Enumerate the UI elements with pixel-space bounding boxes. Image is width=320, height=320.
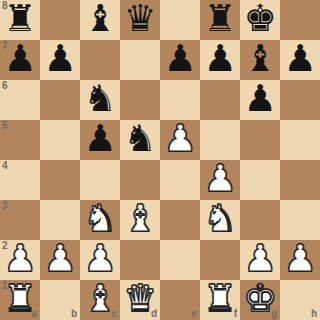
square-d6[interactable] <box>120 80 160 120</box>
piece-white-pawn[interactable]: ♟ <box>3 240 36 279</box>
square-c5[interactable]: ♟ <box>80 120 120 160</box>
square-c4[interactable] <box>80 160 120 200</box>
square-f6[interactable] <box>200 80 240 120</box>
piece-white-rook[interactable]: ♜ <box>203 280 236 319</box>
square-e4[interactable] <box>160 160 200 200</box>
square-g4[interactable] <box>240 160 280 200</box>
square-b3[interactable] <box>40 200 80 240</box>
square-a4[interactable]: 4 <box>0 160 40 200</box>
square-a6[interactable]: 6 <box>0 80 40 120</box>
square-c3[interactable]: ♞ <box>80 200 120 240</box>
square-a2[interactable]: ♟2 <box>0 240 40 280</box>
square-a8[interactable]: ♜8 <box>0 0 40 40</box>
square-g7[interactable]: ♝ <box>240 40 280 80</box>
square-g8[interactable]: ♚ <box>240 0 280 40</box>
piece-black-pawn[interactable]: ♟ <box>163 40 196 79</box>
square-g3[interactable] <box>240 200 280 240</box>
square-h8[interactable] <box>280 0 320 40</box>
square-h3[interactable] <box>280 200 320 240</box>
square-g1[interactable]: ♚g <box>240 280 280 320</box>
square-d5[interactable]: ♞ <box>120 120 160 160</box>
piece-black-pawn[interactable]: ♟ <box>3 40 36 79</box>
square-g5[interactable] <box>240 120 280 160</box>
square-c2[interactable]: ♟ <box>80 240 120 280</box>
square-d4[interactable] <box>120 160 160 200</box>
square-e6[interactable] <box>160 80 200 120</box>
square-b2[interactable]: ♟ <box>40 240 80 280</box>
square-a5[interactable]: 5 <box>0 120 40 160</box>
square-e3[interactable] <box>160 200 200 240</box>
piece-black-bishop[interactable]: ♝ <box>83 0 116 39</box>
square-b1[interactable]: b <box>40 280 80 320</box>
chess-board: ♜8♝♛♜♚♟7♟♟♟♝♟6♞♟5♟♞♟4♟3♞♝♞♟2♟♟♟♟♜1ab♝c♛d… <box>0 0 320 320</box>
square-a3[interactable]: 3 <box>0 200 40 240</box>
square-e2[interactable] <box>160 240 200 280</box>
square-c8[interactable]: ♝ <box>80 0 120 40</box>
square-e5[interactable]: ♟ <box>160 120 200 160</box>
piece-white-pawn[interactable]: ♟ <box>243 240 276 279</box>
piece-black-pawn[interactable]: ♟ <box>43 40 76 79</box>
square-c6[interactable]: ♞ <box>80 80 120 120</box>
piece-white-pawn[interactable]: ♟ <box>203 160 236 199</box>
file-label-h: h <box>311 309 317 319</box>
file-label-b: b <box>71 309 77 319</box>
square-h6[interactable] <box>280 80 320 120</box>
rank-label-5: 5 <box>2 121 8 131</box>
square-b5[interactable] <box>40 120 80 160</box>
square-a1[interactable]: ♜1a <box>0 280 40 320</box>
piece-black-knight[interactable]: ♞ <box>83 80 116 119</box>
piece-black-king[interactable]: ♚ <box>243 0 276 39</box>
piece-white-king[interactable]: ♚ <box>243 280 276 319</box>
square-h1[interactable]: h <box>280 280 320 320</box>
square-f1[interactable]: ♜f <box>200 280 240 320</box>
rank-label-4: 4 <box>2 161 8 171</box>
piece-white-knight[interactable]: ♞ <box>83 200 116 239</box>
piece-black-pawn[interactable]: ♟ <box>243 80 276 119</box>
square-d8[interactable]: ♛ <box>120 0 160 40</box>
square-h4[interactable] <box>280 160 320 200</box>
piece-black-rook[interactable]: ♜ <box>203 0 236 39</box>
square-f8[interactable]: ♜ <box>200 0 240 40</box>
file-label-e: e <box>191 309 197 319</box>
square-f7[interactable]: ♟ <box>200 40 240 80</box>
square-f5[interactable] <box>200 120 240 160</box>
square-b4[interactable] <box>40 160 80 200</box>
piece-white-pawn[interactable]: ♟ <box>83 240 116 279</box>
square-g6[interactable]: ♟ <box>240 80 280 120</box>
square-a7[interactable]: ♟7 <box>0 40 40 80</box>
piece-white-pawn[interactable]: ♟ <box>283 240 316 279</box>
piece-white-rook[interactable]: ♜ <box>3 280 36 319</box>
square-h7[interactable]: ♟ <box>280 40 320 80</box>
square-d2[interactable] <box>120 240 160 280</box>
rank-label-3: 3 <box>2 201 8 211</box>
square-c7[interactable] <box>80 40 120 80</box>
piece-black-pawn[interactable]: ♟ <box>203 40 236 79</box>
square-e1[interactable]: e <box>160 280 200 320</box>
piece-black-pawn[interactable]: ♟ <box>283 40 316 79</box>
square-f4[interactable]: ♟ <box>200 160 240 200</box>
square-b6[interactable] <box>40 80 80 120</box>
square-b7[interactable]: ♟ <box>40 40 80 80</box>
square-f3[interactable]: ♞ <box>200 200 240 240</box>
square-b8[interactable] <box>40 0 80 40</box>
square-d7[interactable] <box>120 40 160 80</box>
square-h5[interactable] <box>280 120 320 160</box>
piece-white-pawn[interactable]: ♟ <box>43 240 76 279</box>
piece-white-bishop[interactable]: ♝ <box>123 200 156 239</box>
piece-black-bishop[interactable]: ♝ <box>243 40 276 79</box>
piece-white-knight[interactable]: ♞ <box>203 200 236 239</box>
piece-black-rook[interactable]: ♜ <box>3 0 36 39</box>
square-f2[interactable] <box>200 240 240 280</box>
square-g2[interactable]: ♟ <box>240 240 280 280</box>
square-c1[interactable]: ♝c <box>80 280 120 320</box>
rank-label-6: 6 <box>2 81 8 91</box>
piece-white-queen[interactable]: ♛ <box>123 280 156 319</box>
piece-black-knight[interactable]: ♞ <box>123 120 156 159</box>
piece-black-queen[interactable]: ♛ <box>123 0 156 39</box>
piece-white-bishop[interactable]: ♝ <box>83 280 116 319</box>
piece-white-pawn[interactable]: ♟ <box>163 120 196 159</box>
piece-black-pawn[interactable]: ♟ <box>83 120 116 159</box>
square-h2[interactable]: ♟ <box>280 240 320 280</box>
square-e8[interactable] <box>160 0 200 40</box>
square-d1[interactable]: ♛d <box>120 280 160 320</box>
square-d3[interactable]: ♝ <box>120 200 160 240</box>
square-e7[interactable]: ♟ <box>160 40 200 80</box>
